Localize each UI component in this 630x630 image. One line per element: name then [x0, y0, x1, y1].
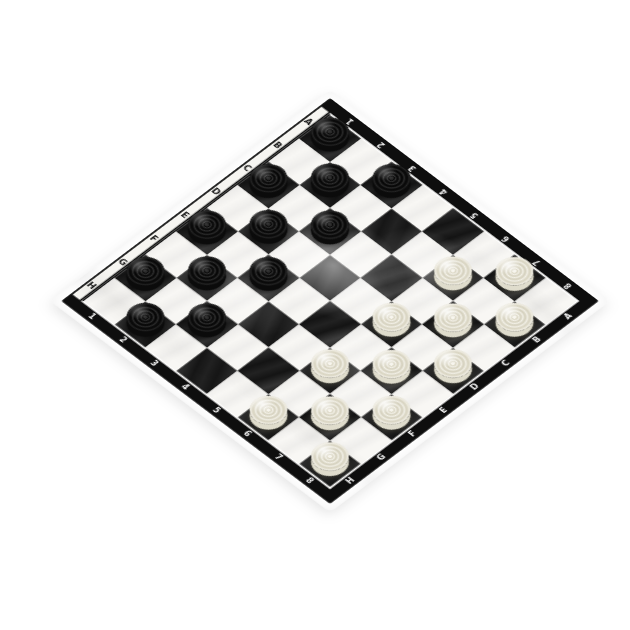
white-checker-C7[interactable] — [434, 303, 472, 332]
black-checker-H2[interactable] — [126, 303, 164, 332]
black-checker-B2[interactable] — [311, 164, 349, 193]
white-checker-A7[interactable] — [496, 257, 534, 286]
white-checker-G7[interactable] — [311, 396, 349, 425]
white-checker-H6[interactable] — [249, 396, 287, 425]
white-checker-H8[interactable] — [311, 442, 349, 471]
checkers-grid — [81, 113, 579, 489]
black-checker-F2[interactable] — [188, 257, 226, 286]
black-checker-G3[interactable] — [188, 303, 226, 332]
white-checker-E7[interactable] — [373, 350, 411, 379]
white-checker-D8[interactable] — [434, 350, 472, 379]
white-checker-D6[interactable] — [373, 303, 411, 332]
black-checker-G1[interactable] — [126, 257, 164, 286]
black-checker-A3[interactable] — [373, 164, 411, 193]
black-checker-E1[interactable] — [188, 210, 226, 239]
black-checker-E3[interactable] — [249, 257, 287, 286]
product-photo-background: ABCDEFGH 12345678 12345678 ABCDEFGH — [0, 0, 630, 630]
black-checker-D2[interactable] — [249, 210, 287, 239]
white-checker-F8[interactable] — [373, 396, 411, 425]
white-checker-B8[interactable] — [496, 303, 534, 332]
black-checker-A1[interactable] — [311, 117, 349, 146]
black-checker-C1[interactable] — [249, 164, 287, 193]
black-checker-C3[interactable] — [311, 210, 349, 239]
board-sheet: ABCDEFGH 12345678 12345678 ABCDEFGH — [50, 90, 610, 513]
white-checker-F6[interactable] — [311, 350, 349, 379]
white-checker-B6[interactable] — [434, 257, 472, 286]
